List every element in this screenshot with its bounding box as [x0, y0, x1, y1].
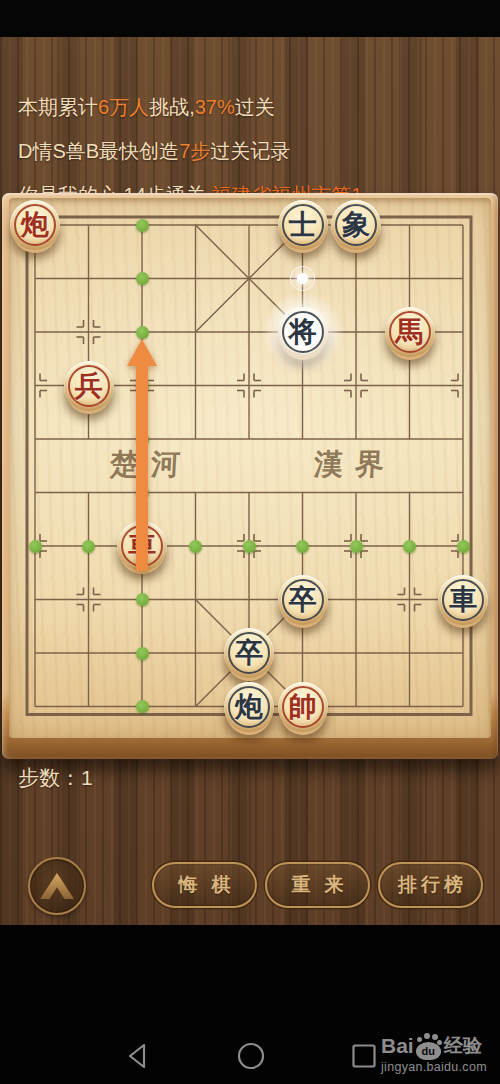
leaderboard-button[interactable]: 排行榜 — [378, 862, 483, 908]
move-hint-dot[interactable] — [136, 219, 149, 232]
app-screen: 本期累计6万人挑战,37%过关 D情S兽B最快创造7步过关记录 你是我的心 14… — [0, 0, 500, 1084]
baidu-paw-icon: du — [415, 1033, 442, 1060]
move-hint-dot[interactable] — [189, 540, 202, 553]
undo-move-button[interactable]: 悔棋 — [152, 862, 257, 908]
move-hint-dot[interactable] — [136, 593, 149, 606]
piece-glyph: 象 — [342, 211, 370, 239]
move-hint-dot[interactable] — [136, 647, 149, 660]
move-hint-dot[interactable] — [350, 540, 363, 553]
watermark-url: jingyan.baidu.com — [381, 1060, 487, 1074]
piece-red-soldier[interactable]: 兵 — [64, 361, 114, 411]
piece-glyph: 炮 — [235, 693, 263, 721]
piece-black-soldier[interactable]: 卒 — [278, 575, 328, 625]
hint-arrow-head — [127, 339, 157, 366]
collapse-panel-button[interactable] — [28, 857, 86, 915]
piece-glyph: 士 — [289, 211, 317, 239]
piece-red-general[interactable]: 帥 — [278, 682, 328, 732]
last-move-marker — [297, 273, 308, 284]
piece-red-horse[interactable]: 馬 — [385, 307, 435, 357]
move-hint-dot[interactable] — [457, 540, 470, 553]
move-hint-dot[interactable] — [136, 272, 149, 285]
stats-line-2: D情S兽B最快创造7步过关记录 — [18, 129, 488, 173]
move-hint-dot[interactable] — [82, 540, 95, 553]
back-icon[interactable] — [124, 1041, 152, 1071]
piece-red-cannon[interactable]: 炮 — [10, 200, 60, 250]
status-bar — [0, 0, 500, 37]
board-intersections: 炮士象将馬兵車卒車卒炮帥 — [8, 198, 490, 733]
piece-glyph: 将 — [289, 318, 317, 346]
move-hint-dot[interactable] — [403, 540, 416, 553]
move-hint-dot[interactable] — [136, 700, 149, 713]
hint-arrow-shaft — [136, 363, 148, 571]
piece-glyph: 卒 — [289, 586, 317, 614]
piece-black-general[interactable]: 将 — [278, 307, 328, 357]
piece-black-cannon[interactable]: 炮 — [224, 682, 274, 732]
jingyan-label: 经验 — [444, 1033, 482, 1059]
piece-black-advisor[interactable]: 士 — [278, 200, 328, 250]
baidu-logo-text: Bai — [381, 1034, 414, 1058]
piece-glyph: 卒 — [235, 639, 263, 667]
restart-button[interactable]: 重来 — [265, 862, 370, 908]
piece-glyph: 帥 — [289, 693, 317, 721]
move-hint-dot[interactable] — [136, 326, 149, 339]
baidu-watermark: Bai du 经验 jingyan.baidu.com — [381, 1032, 487, 1074]
xiangqi-board[interactable]: 楚河 漢界 炮士象将馬兵車卒車卒炮帥 — [2, 193, 498, 759]
home-icon[interactable] — [236, 1041, 266, 1071]
piece-glyph: 兵 — [75, 372, 103, 400]
piece-black-chariot[interactable]: 車 — [438, 575, 488, 625]
stats-line-1: 本期累计6万人挑战,37%过关 — [18, 85, 488, 129]
piece-glyph: 馬 — [396, 318, 424, 346]
move-hint-dot[interactable] — [296, 540, 309, 553]
move-hint-dot[interactable] — [29, 540, 42, 553]
step-counter: 步数：1 — [18, 764, 93, 792]
piece-glyph: 炮 — [21, 211, 49, 239]
recents-icon[interactable] — [349, 1041, 379, 1071]
up-arrow-icon — [40, 873, 74, 899]
move-hint-dot[interactable] — [243, 540, 256, 553]
piece-black-soldier[interactable]: 卒 — [224, 628, 274, 678]
piece-glyph: 車 — [449, 586, 477, 614]
piece-black-elephant[interactable]: 象 — [331, 200, 381, 250]
